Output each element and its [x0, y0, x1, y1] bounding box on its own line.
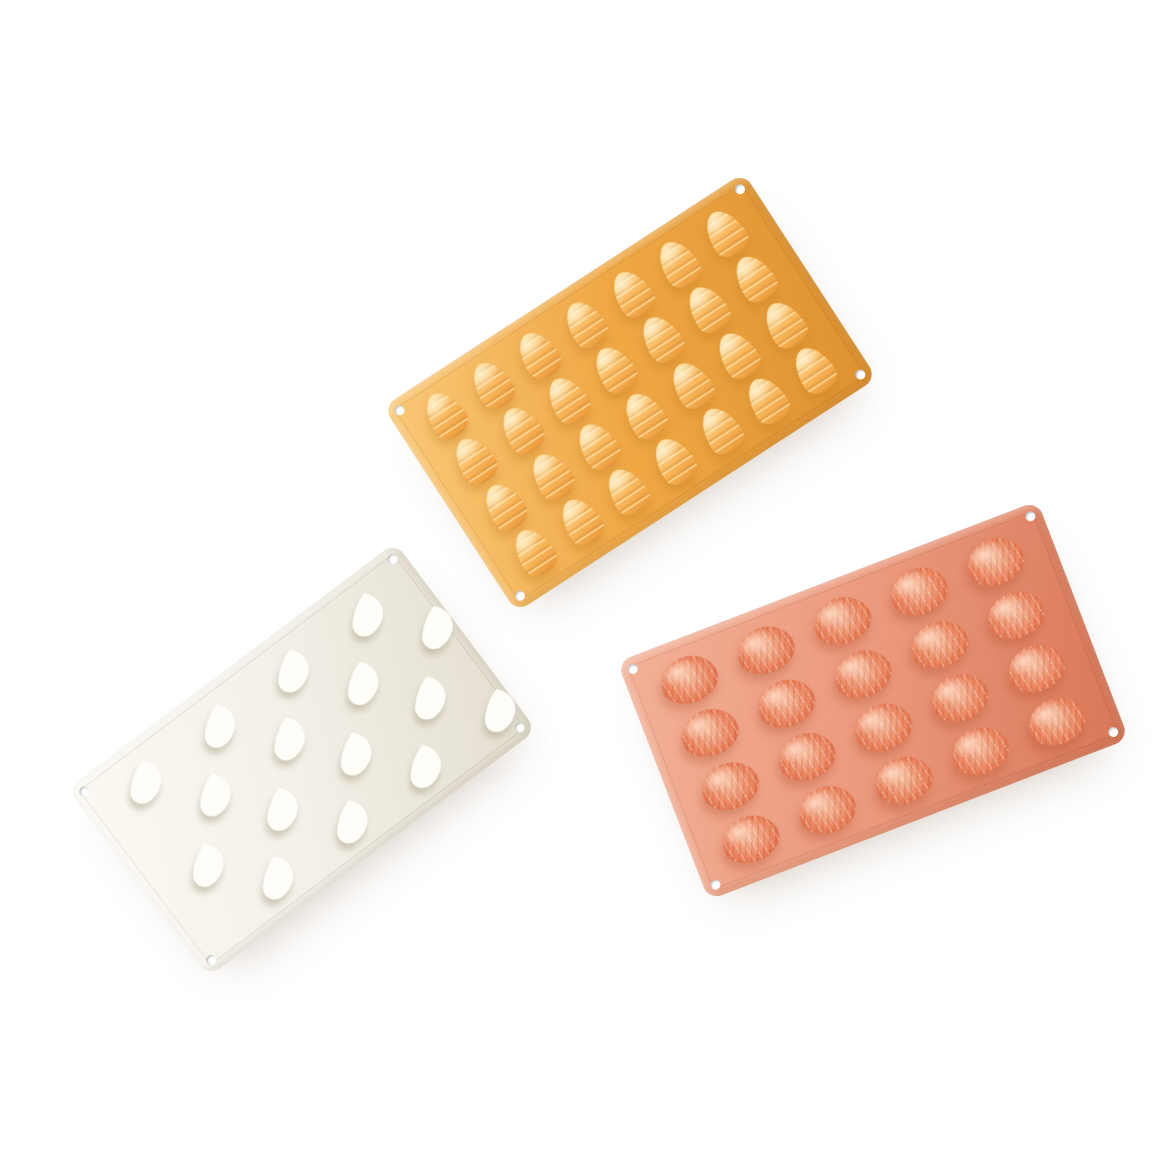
beehive-cavity	[786, 340, 842, 400]
hanging-hole	[1024, 510, 1037, 523]
beehive-cone-mold-tray	[383, 173, 877, 613]
hanging-hole	[709, 878, 722, 891]
crescent-moon-mold-tray	[68, 542, 537, 976]
hanging-hole	[626, 663, 639, 676]
product-photo	[0, 0, 1166, 1166]
walnut-mold-tray	[617, 501, 1128, 900]
hanging-hole	[854, 368, 868, 382]
hanging-hole	[1107, 726, 1120, 739]
hanging-hole	[513, 589, 527, 603]
hanging-hole	[393, 403, 407, 417]
walnut-cavity-grid	[641, 521, 1105, 880]
hanging-hole	[204, 953, 218, 967]
hanging-hole	[733, 182, 747, 196]
hanging-hole	[77, 784, 91, 798]
crescent-cavity-grid	[92, 566, 512, 954]
beehive-cavity-grid	[407, 195, 852, 589]
hanging-hole	[386, 552, 400, 566]
